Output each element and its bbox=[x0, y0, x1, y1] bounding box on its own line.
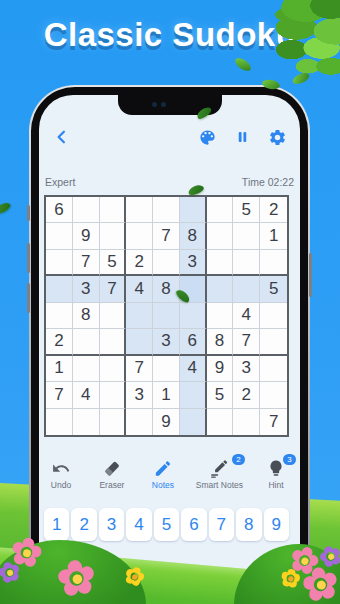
numkey-7[interactable]: 7 bbox=[209, 508, 234, 541]
cell-r6c3[interactable] bbox=[100, 329, 127, 355]
cell-r3c1[interactable] bbox=[46, 250, 73, 276]
cell-r2c4[interactable] bbox=[126, 223, 153, 249]
cell-r6c2[interactable] bbox=[73, 329, 100, 355]
cell-r6c1[interactable]: 2 bbox=[46, 329, 73, 355]
timer: Time 02:22 bbox=[242, 176, 294, 188]
cell-r9c7[interactable] bbox=[207, 409, 234, 435]
camera-dot bbox=[152, 102, 157, 107]
cell-r6c6[interactable]: 6 bbox=[180, 329, 207, 355]
cell-r4c2[interactable]: 3 bbox=[73, 276, 100, 302]
eraser-button[interactable]: Eraser bbox=[94, 459, 130, 490]
smart-notes-badge: 2 bbox=[232, 454, 245, 465]
cell-r9c6[interactable] bbox=[180, 409, 207, 435]
status-row: Expert Time 02:22 bbox=[45, 176, 294, 188]
cell-r7c4[interactable]: 7 bbox=[126, 356, 153, 382]
app-screenshot: Classic Sudoku bbox=[0, 0, 340, 604]
pause-icon bbox=[235, 129, 250, 145]
cell-r7c8[interactable]: 3 bbox=[233, 356, 260, 382]
cell-r3c7[interactable] bbox=[207, 250, 234, 276]
cell-r5c4[interactable] bbox=[126, 303, 153, 329]
cell-r9c2[interactable] bbox=[73, 409, 100, 435]
cell-r4c9[interactable]: 5 bbox=[260, 276, 287, 302]
cell-r2c8[interactable] bbox=[233, 223, 260, 249]
toolbar: Undo Eraser bbox=[43, 459, 294, 490]
cell-r5c6[interactable] bbox=[180, 303, 207, 329]
numkey-2[interactable]: 2 bbox=[71, 508, 96, 541]
cell-r4c5[interactable]: 8 bbox=[153, 276, 180, 302]
cell-r3c3[interactable]: 5 bbox=[100, 250, 127, 276]
cell-r8c3[interactable] bbox=[100, 382, 127, 408]
cell-r7c3[interactable] bbox=[100, 356, 127, 382]
sudoku-board[interactable]: 652978175233748584236871749374315297 bbox=[44, 195, 289, 437]
cell-r1c3[interactable] bbox=[100, 197, 127, 223]
phone-mockup: Expert Time 02:22 6529781752337485842368… bbox=[29, 85, 310, 604]
back-button[interactable] bbox=[51, 126, 73, 148]
cell-r2c5[interactable]: 7 bbox=[153, 223, 180, 249]
cell-r1c5[interactable] bbox=[153, 197, 180, 223]
cell-r9c8[interactable] bbox=[233, 409, 260, 435]
cell-r9c3[interactable] bbox=[100, 409, 127, 435]
cell-r5c7[interactable] bbox=[207, 303, 234, 329]
cell-r8c1[interactable]: 7 bbox=[46, 382, 73, 408]
numkey-3[interactable]: 3 bbox=[99, 508, 124, 541]
volume-down-button bbox=[27, 283, 30, 313]
phone-bezel: Expert Time 02:22 6529781752337485842368… bbox=[31, 87, 308, 604]
camera-dot bbox=[161, 102, 166, 107]
numkey-4[interactable]: 4 bbox=[126, 508, 151, 541]
cell-r1c8[interactable]: 5 bbox=[233, 197, 260, 223]
cell-r1c1[interactable]: 6 bbox=[46, 197, 73, 223]
cell-r6c5[interactable]: 3 bbox=[153, 329, 180, 355]
cell-r4c1[interactable] bbox=[46, 276, 73, 302]
cell-r8c4[interactable]: 3 bbox=[126, 382, 153, 408]
cell-r2c1[interactable] bbox=[46, 223, 73, 249]
cell-r1c4[interactable] bbox=[126, 197, 153, 223]
mute-switch bbox=[27, 205, 30, 221]
numkey-8[interactable]: 8 bbox=[236, 508, 261, 541]
cell-r1c7[interactable] bbox=[207, 197, 234, 223]
cell-r9c9[interactable]: 7 bbox=[260, 409, 287, 435]
cell-r7c5[interactable] bbox=[153, 356, 180, 382]
cell-r3c6[interactable]: 3 bbox=[180, 250, 207, 276]
power-button bbox=[309, 253, 312, 297]
notes-label: Notes bbox=[152, 480, 174, 490]
cell-r2c3[interactable] bbox=[100, 223, 127, 249]
cell-r1c9[interactable]: 2 bbox=[260, 197, 287, 223]
cell-r5c5[interactable] bbox=[153, 303, 180, 329]
cell-r5c1[interactable] bbox=[46, 303, 73, 329]
cell-r6c7[interactable]: 8 bbox=[207, 329, 234, 355]
cell-r1c2[interactable] bbox=[73, 197, 100, 223]
cell-r3c9[interactable] bbox=[260, 250, 287, 276]
cell-r7c2[interactable] bbox=[73, 356, 100, 382]
numkey-6[interactable]: 6 bbox=[181, 508, 206, 541]
cell-r7c1[interactable]: 1 bbox=[46, 356, 73, 382]
cell-r3c5[interactable] bbox=[153, 250, 180, 276]
cell-r9c4[interactable] bbox=[126, 409, 153, 435]
theme-button[interactable] bbox=[196, 126, 218, 148]
cell-r9c5[interactable]: 9 bbox=[153, 409, 180, 435]
cell-r8c5[interactable]: 1 bbox=[153, 382, 180, 408]
cell-r4c3[interactable]: 7 bbox=[100, 276, 127, 302]
cell-r5c2[interactable]: 8 bbox=[73, 303, 100, 329]
app-bar bbox=[51, 125, 288, 149]
undo-label: Undo bbox=[51, 480, 71, 490]
gear-icon bbox=[268, 128, 287, 147]
undo-button[interactable]: Undo bbox=[43, 459, 79, 490]
cell-r2c7[interactable] bbox=[207, 223, 234, 249]
numkey-5[interactable]: 5 bbox=[154, 508, 179, 541]
cell-r4c7[interactable] bbox=[207, 276, 234, 302]
pencil-icon bbox=[153, 459, 173, 478]
cell-r8c9[interactable] bbox=[260, 382, 287, 408]
cell-r4c4[interactable]: 4 bbox=[126, 276, 153, 302]
falling-leaf-icon bbox=[0, 201, 12, 216]
cell-r6c9[interactable] bbox=[260, 329, 287, 355]
cell-r8c6[interactable] bbox=[180, 382, 207, 408]
cell-r3c2[interactable]: 7 bbox=[73, 250, 100, 276]
pause-button[interactable] bbox=[231, 126, 253, 148]
tree-foliage bbox=[225, 0, 340, 92]
notes-button[interactable]: Notes bbox=[145, 459, 181, 490]
cell-r8c7[interactable]: 5 bbox=[207, 382, 234, 408]
undo-icon bbox=[51, 459, 71, 478]
eraser-label: Eraser bbox=[99, 480, 124, 490]
difficulty-label: Expert bbox=[45, 176, 75, 188]
eraser-icon bbox=[102, 459, 122, 478]
numkey-1[interactable]: 1 bbox=[44, 508, 69, 541]
cell-r5c8[interactable]: 4 bbox=[233, 303, 260, 329]
palette-icon bbox=[198, 128, 217, 147]
volume-up-button bbox=[27, 243, 30, 273]
cell-r8c8[interactable]: 2 bbox=[233, 382, 260, 408]
cell-r5c3[interactable] bbox=[100, 303, 127, 329]
settings-button[interactable] bbox=[266, 126, 288, 148]
cell-r9c1[interactable] bbox=[46, 409, 73, 435]
cell-r7c9[interactable] bbox=[260, 356, 287, 382]
smart-notes-label: Smart Notes bbox=[196, 480, 243, 490]
hint-button[interactable]: 3 Hint bbox=[258, 459, 294, 490]
cell-r2c9[interactable]: 1 bbox=[260, 223, 287, 249]
phone-screen: Expert Time 02:22 6529781752337485842368… bbox=[39, 95, 300, 604]
cell-r3c8[interactable] bbox=[233, 250, 260, 276]
cell-r1c6[interactable] bbox=[180, 197, 207, 223]
hint-badge: 3 bbox=[283, 454, 296, 465]
chevron-left-icon bbox=[53, 128, 71, 146]
cell-r4c8[interactable] bbox=[233, 276, 260, 302]
cell-r6c4[interactable] bbox=[126, 329, 153, 355]
cell-r5c9[interactable] bbox=[260, 303, 287, 329]
smart-notes-icon bbox=[209, 459, 229, 478]
cell-r2c6[interactable]: 8 bbox=[180, 223, 207, 249]
cell-r8c2[interactable]: 4 bbox=[73, 382, 100, 408]
cell-r7c6[interactable]: 4 bbox=[180, 356, 207, 382]
cell-r3c4[interactable]: 2 bbox=[126, 250, 153, 276]
hint-label: Hint bbox=[268, 480, 283, 490]
smart-notes-button[interactable]: 2 Smart Notes bbox=[196, 459, 243, 490]
cell-r2c2[interactable]: 9 bbox=[73, 223, 100, 249]
numkey-9[interactable]: 9 bbox=[264, 508, 289, 541]
cell-r7c7[interactable]: 9 bbox=[207, 356, 234, 382]
cell-r6c8[interactable]: 7 bbox=[233, 329, 260, 355]
numpad: 123456789 bbox=[44, 508, 289, 541]
